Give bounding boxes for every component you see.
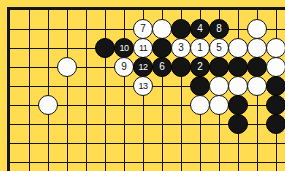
board-edge-left [7,7,10,171]
stone-black-move-8: 8 [209,19,229,39]
stone-black [266,95,285,115]
stone-black [171,57,191,77]
stone-black-move-6: 6 [152,57,172,77]
stone-black-move-2: 2 [190,57,210,77]
stone-white-move-9: 9 [114,57,134,77]
stone-black [228,95,248,115]
stone-black [266,114,285,134]
stone-white-move-11: 11 [133,38,153,58]
stone-white [190,95,210,115]
stone-black [209,57,229,77]
stone-white-move-13: 13 [133,76,153,96]
grid-line-horizontal [10,143,285,144]
stone-black [247,57,267,77]
stone-black [266,76,285,96]
stone-white [38,95,58,115]
stone-white [209,76,229,96]
grid-line-vertical [124,10,125,171]
stone-white [266,38,285,58]
stone-white-move-5: 5 [209,38,229,58]
stone-white [266,57,285,77]
stone-white [247,19,267,39]
go-diagram: 74810113159126213 [0,0,285,171]
stone-white [247,38,267,58]
stone-black [228,57,248,77]
stone-black [228,114,248,134]
goban[interactable]: 74810113159126213 [0,0,285,171]
stone-white-move-7: 7 [133,19,153,39]
stone-white [57,57,77,77]
stone-white [247,76,267,96]
stone-white-move-3: 3 [171,38,191,58]
grid-line-vertical [48,10,49,171]
stone-white [209,95,229,115]
stone-black-move-12: 12 [133,57,153,77]
stone-black [171,19,191,39]
grid-line-horizontal [10,162,285,163]
grid-line-vertical [86,10,87,171]
stone-white [228,76,248,96]
stone-black [190,76,210,96]
stone-black-move-4: 4 [190,19,210,39]
grid-line-vertical [105,10,106,171]
stone-black [152,38,172,58]
stone-white [152,19,172,39]
grid-line-vertical [67,10,68,171]
stone-white-move-1: 1 [190,38,210,58]
stone-black [95,38,115,58]
grid-line-vertical [29,10,30,171]
stone-black-move-10: 10 [114,38,134,58]
stone-white [228,38,248,58]
